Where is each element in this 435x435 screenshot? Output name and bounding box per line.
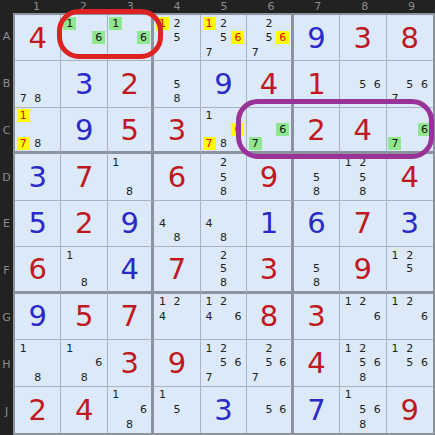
candidate-slot-4: [388, 309, 403, 323]
candidate-5: 5: [310, 262, 323, 275]
candidate-slot-2: [356, 388, 370, 403]
candidate-slot-2: [216, 202, 230, 216]
candidate-slot-5: [30, 356, 44, 370]
candidate-6: 6: [276, 356, 289, 369]
cell-H1[interactable]: 18: [15, 340, 61, 386]
candidate-5: 5: [356, 78, 369, 91]
solved-digit: 9: [108, 201, 151, 246]
candidate-slot-9: [231, 45, 245, 59]
candidate-slot-2: 2: [402, 295, 417, 309]
candidate-slot-1: 1: [62, 341, 76, 355]
given-digit: 9: [340, 247, 385, 290]
candidate-slot-3: [276, 341, 290, 355]
candidate-slot-6: 6: [231, 356, 245, 370]
row-label-A: A: [0, 13, 13, 60]
candidate-grid: 18: [16, 341, 59, 384]
cell-E9[interactable]: 3: [387, 201, 433, 247]
cell-F7[interactable]: 58: [294, 247, 340, 293]
candidate-6: 6: [371, 403, 384, 416]
candidate-5: 5: [356, 403, 369, 416]
candidate-grid: 58: [155, 62, 198, 105]
candidate-6: 6: [231, 310, 244, 323]
cell-J4[interactable]: 15: [154, 387, 200, 433]
cell-F5[interactable]: 258: [201, 247, 247, 293]
candidate-2: 2: [171, 17, 184, 30]
cell-C6[interactable]: 67: [247, 108, 293, 154]
candidate-slot-8: [402, 370, 417, 384]
cell-H8[interactable]: 12568: [340, 340, 386, 386]
candidate-2: 2: [262, 17, 275, 30]
cell-F8[interactable]: 9: [340, 247, 386, 293]
cell-E1[interactable]: 5: [15, 201, 61, 247]
candidate-slot-2: [170, 202, 184, 216]
cell-G5[interactable]: 1246: [201, 294, 247, 340]
candidate-slot-8: 8: [30, 137, 44, 151]
candidate-slot-7: [202, 184, 216, 198]
candidate-grid: 178: [16, 109, 59, 150]
candidate-slot-7: [341, 324, 355, 338]
candidate-slot-8: [262, 45, 276, 59]
candidate-slot-5: 5: [262, 30, 276, 44]
candidate-slot-5: 5: [170, 402, 184, 417]
candidate-slot-7: 7: [248, 370, 262, 384]
row-label-H: H: [0, 341, 13, 388]
cell-A9[interactable]: 8: [387, 15, 433, 61]
cell-C1[interactable]: 178: [15, 108, 61, 154]
candidate-slot-6: [184, 309, 198, 323]
candidate-grid: 78: [16, 62, 59, 105]
candidate-7: 7: [249, 371, 262, 384]
cell-D2[interactable]: 7: [61, 154, 107, 200]
given-digit: 3: [247, 247, 290, 290]
candidate-5: 5: [403, 78, 416, 91]
candidate-slot-8: 8: [356, 417, 370, 432]
cell-C5[interactable]: 1678: [201, 108, 247, 154]
cell-D8[interactable]: 1258: [340, 154, 386, 200]
candidate-slot-6: [324, 262, 338, 276]
candidate-8: 8: [31, 92, 44, 105]
candidate-slot-6: 6: [370, 356, 384, 370]
candidate-slot-4: [248, 402, 262, 417]
candidate-grid: 2567: [248, 341, 289, 384]
given-digit: 1: [294, 61, 339, 106]
cell-A2[interactable]: 16: [61, 15, 107, 61]
candidate-slot-1: 1: [202, 295, 216, 309]
cell-F3[interactable]: 4: [108, 247, 154, 293]
cell-H7[interactable]: 4: [294, 340, 340, 386]
candidate-slot-6: [324, 170, 338, 184]
candidate-slot-5: [123, 402, 137, 417]
candidate-slot-5: 5: [170, 77, 184, 91]
col-label-2: 2: [60, 0, 107, 13]
cell-B8[interactable]: 56: [340, 61, 386, 107]
candidate-grid: 567: [388, 62, 432, 105]
cell-H4[interactable]: 9: [154, 340, 200, 386]
candidate-1: 1: [388, 295, 401, 308]
candidate-slot-2: [402, 62, 417, 76]
candidate-6: 6: [276, 403, 289, 416]
candidate-slot-8: [402, 324, 417, 338]
given-digit: 2: [294, 108, 339, 151]
candidate-6: 6: [418, 78, 431, 91]
candidate-slot-1: 1: [155, 16, 169, 30]
candidate-slot-4: [388, 356, 403, 370]
candidate-slot-3: [370, 62, 384, 76]
candidate-7: 7: [249, 46, 262, 59]
candidate-slot-7: [295, 184, 309, 198]
candidate-2: 2: [356, 295, 369, 308]
cell-E8[interactable]: 7: [340, 201, 386, 247]
candidate-slot-1: [202, 248, 216, 262]
candidate-grid: 56: [248, 388, 289, 432]
candidate-1-yellow-highlight: 1: [156, 17, 169, 30]
candidate-slot-3: [231, 248, 245, 262]
given-digit: 5: [108, 108, 151, 151]
candidate-slot-1: [295, 248, 309, 262]
candidate-slot-3: [137, 155, 151, 169]
cell-G1[interactable]: 9: [15, 294, 61, 340]
given-digit: 8: [247, 294, 290, 339]
candidate-slot-5: [30, 123, 44, 137]
cell-G6[interactable]: 8: [247, 294, 293, 340]
candidate-8: 8: [310, 185, 323, 198]
sudoku-board: 4161612512567256793878325894156567178953…: [13, 13, 435, 435]
candidate-slot-6: [417, 262, 432, 276]
candidate-slot-7: [295, 276, 309, 290]
cell-F2[interactable]: 18: [61, 247, 107, 293]
candidate-1: 1: [342, 156, 355, 169]
cell-C4[interactable]: 3: [154, 108, 200, 154]
row-label-J: J: [0, 388, 13, 435]
cell-G9[interactable]: 126: [387, 294, 433, 340]
candidate-slot-2: 2: [170, 16, 184, 30]
given-digit: 3: [294, 294, 339, 339]
candidate-slot-6: 6: [276, 356, 290, 370]
cell-A6[interactable]: 2567: [247, 15, 293, 61]
cell-D7[interactable]: 58: [294, 154, 340, 200]
candidate-grid: 1246: [202, 295, 245, 338]
candidate-slot-2: [123, 388, 137, 403]
candidate-slot-7: [109, 45, 123, 59]
cell-A4[interactable]: 125: [154, 15, 200, 61]
cell-B4[interactable]: 58: [154, 61, 200, 107]
cell-H9[interactable]: 1256: [387, 340, 433, 386]
candidate-slot-5: [402, 123, 417, 137]
candidate-2: 2: [403, 295, 416, 308]
candidate-slot-4: [155, 402, 169, 417]
row-label-D: D: [0, 154, 13, 201]
candidate-slot-4: [202, 123, 216, 137]
candidate-slot-7: 7: [202, 370, 216, 384]
cell-B2[interactable]: 3: [61, 61, 107, 107]
candidate-6-yellow-highlight: 6: [231, 123, 244, 136]
cell-J2[interactable]: 4: [61, 387, 107, 433]
col-label-8: 8: [341, 0, 388, 13]
candidate-slot-5: 5: [262, 356, 276, 370]
candidate-slot-3: [417, 109, 432, 123]
cell-F9[interactable]: 125: [387, 247, 433, 293]
candidate-slot-4: [109, 402, 123, 417]
candidate-slot-2: 2: [262, 341, 276, 355]
candidate-slot-4: [388, 123, 403, 137]
cell-C3[interactable]: 5: [108, 108, 154, 154]
cell-H3[interactable]: 3: [108, 340, 154, 386]
candidate-slot-5: [77, 262, 91, 276]
candidate-slot-5: 5: [170, 30, 184, 44]
candidate-6: 6: [92, 356, 105, 369]
candidate-slot-2: [77, 248, 91, 262]
candidate-grid: 126: [388, 295, 432, 338]
cell-C2[interactable]: 9: [61, 108, 107, 154]
cell-D1[interactable]: 3: [15, 154, 61, 200]
cell-D4[interactable]: 6: [154, 154, 200, 200]
candidate-slot-9: [417, 137, 432, 151]
candidate-slot-7: [341, 91, 355, 105]
candidate-slot-2: [309, 248, 323, 262]
cell-A8[interactable]: 3: [340, 15, 386, 61]
candidate-slot-8: [402, 91, 417, 105]
candidate-slot-6: 6: [276, 402, 290, 417]
candidate-7-yellow-highlight: 7: [203, 137, 216, 150]
candidate-grid: 12568: [341, 341, 384, 384]
candidate-slot-6: 6: [231, 30, 245, 44]
candidate-slot-9: [417, 91, 432, 105]
candidate-slot-8: 8: [309, 276, 323, 290]
candidate-grid: 12567: [202, 341, 245, 384]
cell-H6[interactable]: 2567: [247, 340, 293, 386]
candidate-slot-4: [341, 170, 355, 184]
cell-J7[interactable]: 7: [294, 387, 340, 433]
cell-G2[interactable]: 5: [61, 294, 107, 340]
candidate-1-green-highlight: 1: [63, 17, 76, 30]
cell-E4[interactable]: 48: [154, 201, 200, 247]
candidate-slot-7: 7: [16, 91, 30, 105]
solved-digit: 3: [61, 61, 106, 106]
candidate-6: 6: [231, 356, 244, 369]
cell-A3[interactable]: 16: [108, 15, 154, 61]
candidate-slot-6: [45, 77, 59, 91]
cell-G7[interactable]: 3: [294, 294, 340, 340]
candidate-slot-8: 8: [77, 370, 91, 384]
candidate-slot-7: [341, 184, 355, 198]
cell-C7[interactable]: 2: [294, 108, 340, 154]
candidate-slot-8: 8: [30, 370, 44, 384]
cell-A5[interactable]: 12567: [201, 15, 247, 61]
candidate-grid: 15: [155, 388, 198, 432]
candidate-slot-8: [170, 45, 184, 59]
cell-B9[interactable]: 567: [387, 61, 433, 107]
candidate-slot-8: [170, 324, 184, 338]
candidate-slot-6: 6: [276, 30, 290, 44]
cell-B5[interactable]: 9: [201, 61, 247, 107]
cell-B7[interactable]: 1: [294, 61, 340, 107]
cell-D6[interactable]: 9: [247, 154, 293, 200]
candidate-slot-2: [170, 62, 184, 76]
candidate-7: 7: [203, 371, 216, 384]
candidate-7-yellow-highlight: 7: [17, 137, 30, 150]
candidate-slot-4: [109, 30, 123, 44]
candidate-1: 1: [203, 109, 216, 122]
given-digit: 4: [387, 154, 433, 199]
candidate-slot-3: [184, 202, 198, 216]
candidate-slot-4: 4: [202, 309, 216, 323]
candidate-slot-9: [231, 276, 245, 290]
cell-H5[interactable]: 12567: [201, 340, 247, 386]
candidate-slot-2: [262, 388, 276, 403]
candidate-slot-3: [231, 295, 245, 309]
candidate-5: 5: [356, 356, 369, 369]
candidate-slot-6: 6: [417, 123, 432, 137]
cell-J1[interactable]: 2: [15, 387, 61, 433]
candidate-slot-5: [216, 216, 230, 230]
solved-digit: 7: [294, 387, 339, 433]
candidate-slot-3: [231, 341, 245, 355]
cell-A1[interactable]: 4: [15, 15, 61, 61]
given-digit: 7: [340, 201, 385, 246]
given-digit: 3: [108, 340, 151, 385]
cell-C8[interactable]: 4: [340, 108, 386, 154]
candidate-2: 2: [262, 342, 275, 355]
candidate-slot-7: [62, 276, 76, 290]
cell-H2[interactable]: 168: [61, 340, 107, 386]
candidate-slot-8: [216, 370, 230, 384]
cell-D5[interactable]: 258: [201, 154, 247, 200]
candidate-grid: 58: [295, 155, 338, 198]
candidate-slot-4: [341, 356, 355, 370]
cell-A7[interactable]: 9: [294, 15, 340, 61]
candidate-slot-9: [276, 417, 290, 432]
given-digit: 4: [247, 61, 290, 106]
candidate-slot-4: [109, 170, 123, 184]
candidate-slot-2: 2: [216, 295, 230, 309]
cell-G3[interactable]: 7: [108, 294, 154, 340]
candidate-slot-3: [370, 388, 384, 403]
row-label-G: G: [0, 294, 13, 341]
cell-D9[interactable]: 4: [387, 154, 433, 200]
cell-G4[interactable]: 124: [154, 294, 200, 340]
col-label-9: 9: [388, 0, 435, 13]
cell-J5[interactable]: 3: [201, 387, 247, 433]
candidate-slot-5: 5: [216, 356, 230, 370]
candidate-slot-3: [276, 388, 290, 403]
cell-F1[interactable]: 6: [15, 247, 61, 293]
cell-E2[interactable]: 2: [61, 201, 107, 247]
cell-B3[interactable]: 2: [108, 61, 154, 107]
candidate-slot-5: [216, 123, 230, 137]
candidate-slot-6: 6: [370, 77, 384, 91]
candidate-slot-9: [91, 370, 105, 384]
cell-J8[interactable]: 1568: [340, 387, 386, 433]
candidate-slot-4: [388, 77, 403, 91]
candidate-slot-1: 1: [341, 155, 355, 169]
candidate-slot-8: [216, 45, 230, 59]
candidate-slot-2: [356, 62, 370, 76]
candidate-slot-7: [155, 417, 169, 432]
candidate-7: 7: [388, 92, 401, 105]
candidate-slot-3: [324, 155, 338, 169]
cell-E6[interactable]: 1: [247, 201, 293, 247]
candidate-5: 5: [217, 31, 230, 44]
candidate-slot-4: [202, 356, 216, 370]
candidate-slot-3: [45, 341, 59, 355]
candidate-slot-2: 2: [262, 16, 276, 30]
candidate-slot-1: 1: [388, 341, 403, 355]
candidate-slot-7: [155, 231, 169, 245]
candidate-grid: 58: [295, 248, 338, 289]
candidate-1: 1: [388, 249, 401, 262]
cell-E7[interactable]: 6: [294, 201, 340, 247]
candidate-slot-6: [184, 30, 198, 44]
cell-E3[interactable]: 9: [108, 201, 154, 247]
candidate-slot-4: [62, 356, 76, 370]
cell-C9[interactable]: 67: [387, 108, 433, 154]
candidate-slot-1: [248, 341, 262, 355]
candidate-grid: 126: [341, 295, 384, 338]
candidate-slot-9: [370, 417, 384, 432]
candidate-5: 5: [356, 171, 369, 184]
cell-B1[interactable]: 78: [15, 61, 61, 107]
cell-J3[interactable]: 168: [108, 387, 154, 433]
candidate-2: 2: [217, 342, 230, 355]
candidate-grid: 124: [155, 295, 198, 338]
candidate-slot-4: [341, 77, 355, 91]
candidate-1: 1: [109, 388, 122, 401]
candidate-slot-6: [184, 216, 198, 230]
candidate-slot-3: [417, 295, 432, 309]
candidate-5: 5: [262, 31, 275, 44]
candidate-slot-9: [231, 184, 245, 198]
candidate-slot-3: [231, 155, 245, 169]
candidate-slot-2: 2: [216, 16, 230, 30]
candidate-slot-5: 5: [309, 170, 323, 184]
cell-F6[interactable]: 3: [247, 247, 293, 293]
given-digit: 2: [108, 61, 151, 106]
candidate-8: 8: [123, 418, 136, 431]
cell-G8[interactable]: 126: [340, 294, 386, 340]
candidate-slot-1: 1: [388, 295, 403, 309]
cell-J9[interactable]: 9: [387, 387, 433, 433]
candidate-5: 5: [403, 356, 416, 369]
candidate-slot-7: 7: [16, 137, 30, 151]
solved-digit: 9: [294, 15, 339, 60]
cell-D3[interactable]: 18: [108, 154, 154, 200]
candidate-slot-8: 8: [356, 184, 370, 198]
candidate-slot-2: 2: [216, 341, 230, 355]
candidate-8: 8: [217, 137, 230, 150]
solved-digit: 1: [247, 201, 290, 246]
candidate-slot-3: [137, 388, 151, 403]
candidate-2: 2: [403, 342, 416, 355]
candidate-slot-7: [202, 324, 216, 338]
candidate-slot-7: [109, 184, 123, 198]
candidate-slot-9: [231, 137, 245, 151]
candidate-slot-9: [91, 45, 105, 59]
cell-J6[interactable]: 56: [247, 387, 293, 433]
candidate-grid: 1256: [388, 341, 432, 384]
candidate-slot-7: 7: [248, 137, 262, 151]
candidate-slot-8: 8: [216, 276, 230, 290]
candidate-slot-8: 8: [30, 91, 44, 105]
cell-F4[interactable]: 7: [154, 247, 200, 293]
candidate-slot-7: [388, 276, 403, 290]
candidate-slot-6: 6: [417, 356, 432, 370]
candidate-slot-9: [370, 91, 384, 105]
cell-B6[interactable]: 4: [247, 61, 293, 107]
cell-E5[interactable]: 48: [201, 201, 247, 247]
candidate-1: 1: [156, 295, 169, 308]
candidate-slot-9: [45, 91, 59, 105]
candidate-slot-6: [231, 170, 245, 184]
